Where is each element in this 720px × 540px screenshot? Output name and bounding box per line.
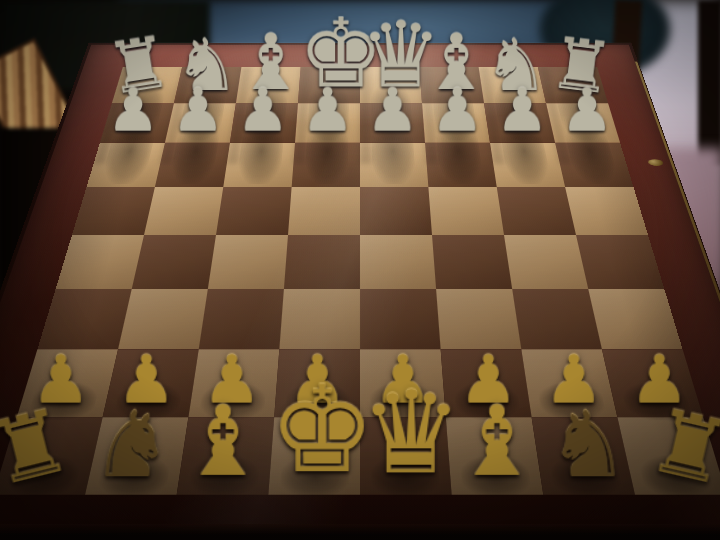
piece-white-pawn: ♟	[165, 81, 230, 140]
square-e2: ♟	[295, 103, 360, 143]
chess-board: ♜♞♝♚♛♝♞♜♟♟♟♟♟♟♟♟♟♟♟♟♟♟♟♟♜♞♝♚♛♝♞♜	[0, 43, 720, 540]
square-b5	[504, 235, 588, 289]
square-d5	[360, 235, 436, 289]
square-e8: ♚	[268, 417, 360, 494]
piece-black-knight: ♞	[543, 399, 634, 490]
square-f5	[208, 235, 288, 289]
square-c2: ♟	[422, 103, 490, 143]
square-d4	[360, 186, 432, 234]
brass-clasp	[647, 159, 664, 166]
square-b2: ♟	[484, 103, 555, 143]
piece-black-bishop: ♝	[177, 394, 268, 490]
square-h5	[56, 235, 144, 289]
square-h2: ♟	[100, 103, 174, 143]
square-c5	[432, 235, 512, 289]
piece-white-pawn: ♟	[490, 81, 555, 140]
square-e5	[284, 235, 360, 289]
piece-white-pawn: ♟	[101, 81, 166, 140]
board-squares: ♜♞♝♚♛♝♞♜♟♟♟♟♟♟♟♟♟♟♟♟♟♟♟♟♜♞♝♚♛♝♞♜	[0, 67, 720, 495]
square-b8: ♞	[532, 417, 635, 494]
piece-black-king: ♚	[269, 371, 360, 490]
square-e4	[288, 186, 360, 234]
square-d8: ♛	[360, 417, 452, 494]
box-front-edge	[0, 524, 720, 540]
piece-white-pawn: ♟	[425, 81, 490, 140]
square-b4	[497, 186, 576, 234]
square-g8: ♞	[85, 417, 188, 494]
piece-white-pawn: ♟	[555, 81, 620, 140]
square-g5	[132, 235, 216, 289]
square-d2: ♟	[360, 103, 425, 143]
square-h4	[72, 186, 155, 234]
square-a2: ♟	[546, 103, 620, 143]
square-f2: ♟	[230, 103, 298, 143]
piece-white-pawn: ♟	[295, 81, 360, 140]
piece-black-bishop: ♝	[451, 394, 542, 490]
piece-white-pawn: ♟	[360, 81, 425, 140]
square-a4	[565, 186, 648, 234]
photo-of-chess-set: ♜♞♝♚♛♝♞♜♟♟♟♟♟♟♟♟♟♟♟♟♟♟♟♟♜♞♝♚♛♝♞♜	[0, 0, 720, 540]
square-f8: ♝	[177, 417, 275, 494]
board-scene: ♜♞♝♚♛♝♞♜♟♟♟♟♟♟♟♟♟♟♟♟♟♟♟♟♜♞♝♚♛♝♞♜	[0, 0, 720, 540]
square-g2: ♟	[165, 103, 236, 143]
square-c8: ♝	[446, 417, 544, 494]
piece-black-queen: ♛	[360, 376, 451, 490]
square-c4	[428, 186, 504, 234]
square-f4	[216, 186, 292, 234]
square-g4	[144, 186, 223, 234]
piece-white-pawn: ♟	[230, 81, 295, 140]
piece-black-knight: ♞	[86, 399, 177, 490]
